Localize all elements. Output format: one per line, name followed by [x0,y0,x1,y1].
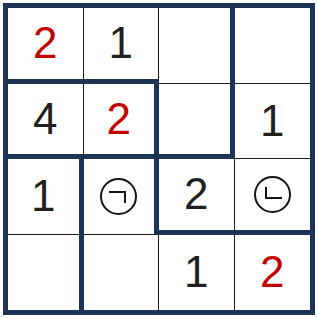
cell-value: 2 [260,250,284,294]
cell-r2c3[interactable] [159,84,235,160]
cell-value: 1 [260,99,284,143]
cell-value: 1 [31,174,55,218]
cell-r4c3[interactable]: 1 [159,235,235,311]
cell-r1c2[interactable]: 1 [84,8,160,84]
cell-r1c3[interactable] [159,8,235,84]
cell-value: 2 [107,97,131,141]
cell-r3c1[interactable]: 1 [8,159,84,235]
cell-value: 1 [184,250,208,294]
cell-r3c4[interactable] [235,159,311,235]
puzzle-board: 214211212 [3,3,315,315]
cell-r4c2[interactable] [84,235,160,311]
cell-r3c3[interactable]: 2 [159,159,235,235]
circled-giyeok-symbol [100,178,137,215]
giyeok-stroke-icon [109,191,126,203]
cell-r2c4[interactable]: 1 [235,84,311,160]
cell-value: 1 [109,21,133,65]
cell-r4c1[interactable] [8,235,84,311]
cell-value: 2 [33,21,57,65]
cell-r1c1[interactable]: 2 [8,8,84,84]
cell-value: 2 [184,172,208,216]
nieun-stroke-icon [265,187,282,199]
cell-r3c2[interactable] [84,159,160,235]
cell-r1c4[interactable] [235,8,311,84]
cell-r2c2[interactable]: 2 [84,84,160,160]
cell-value: 4 [33,97,57,141]
cell-r2c1[interactable]: 4 [8,84,84,160]
cell-r4c4[interactable]: 2 [235,235,311,311]
circled-nieun-symbol [254,176,291,213]
